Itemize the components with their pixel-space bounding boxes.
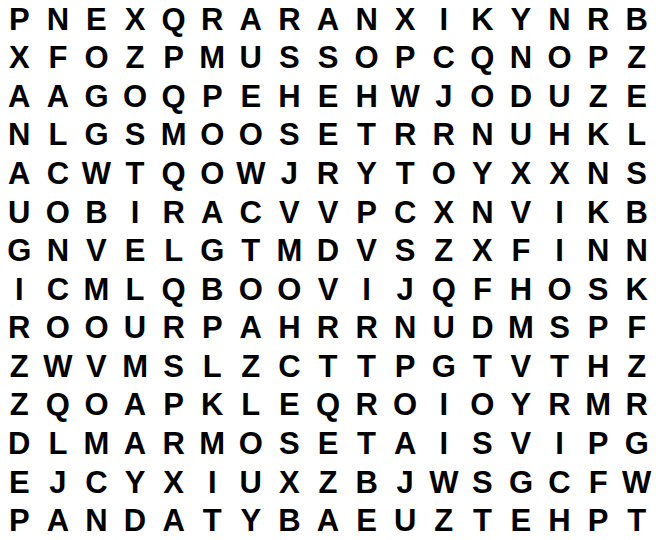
grid-cell-r7c3[interactable]: V	[77, 231, 116, 270]
grid-cell-r7c12[interactable]: Z	[424, 231, 463, 270]
grid-cell-r10c6[interactable]: L	[193, 347, 232, 386]
grid-cell-r9c13[interactable]: D	[463, 309, 502, 348]
grid-cell-r7c17[interactable]: N	[617, 231, 656, 270]
grid-cell-r2c11[interactable]: P	[386, 39, 425, 78]
grid-cell-r7c10[interactable]: V	[347, 231, 386, 270]
grid-cell-r14c15[interactable]: H	[540, 501, 579, 540]
grid-cell-r6c6[interactable]: A	[193, 193, 232, 232]
grid-cell-r9c6[interactable]: P	[193, 309, 232, 348]
grid-cell-r10c3[interactable]: V	[77, 347, 116, 386]
grid-cell-r3c7[interactable]: E	[232, 77, 271, 116]
grid-cell-r1c14[interactable]: Y	[502, 0, 541, 39]
grid-cell-r4c3[interactable]: G	[77, 116, 116, 155]
grid-cell-r12c17[interactable]: G	[617, 424, 656, 463]
grid-cell-r13c4[interactable]: Y	[116, 463, 155, 502]
grid-cell-r5c14[interactable]: X	[502, 154, 541, 193]
grid-cell-r13c2[interactable]: J	[39, 463, 78, 502]
grid-cell-r2c10[interactable]: O	[347, 39, 386, 78]
grid-cell-r5c15[interactable]: X	[540, 154, 579, 193]
grid-cell-r14c11[interactable]: U	[386, 501, 425, 540]
grid-cell-r13c7[interactable]: U	[232, 463, 271, 502]
grid-cell-r4c16[interactable]: K	[579, 116, 618, 155]
grid-cell-r5c17[interactable]: S	[617, 154, 656, 193]
grid-cell-r11c3[interactable]: O	[77, 386, 116, 425]
grid-cell-r11c8[interactable]: E	[270, 386, 309, 425]
grid-cell-r6c16[interactable]: K	[579, 193, 618, 232]
grid-cell-r7c13[interactable]: X	[463, 231, 502, 270]
grid-cell-r6c11[interactable]: C	[386, 193, 425, 232]
grid-cell-r3c12[interactable]: J	[424, 77, 463, 116]
grid-cell-r12c7[interactable]: O	[232, 424, 271, 463]
grid-cell-r2c9[interactable]: S	[309, 39, 348, 78]
grid-cell-r3c17[interactable]: E	[617, 77, 656, 116]
grid-cell-r10c5[interactable]: S	[154, 347, 193, 386]
grid-cell-r3c2[interactable]: A	[39, 77, 78, 116]
grid-cell-r12c6[interactable]: M	[193, 424, 232, 463]
grid-cell-r4c10[interactable]: T	[347, 116, 386, 155]
grid-cell-r6c1[interactable]: U	[0, 193, 39, 232]
grid-cell-r12c10[interactable]: T	[347, 424, 386, 463]
grid-cell-r2c5[interactable]: P	[154, 39, 193, 78]
grid-cell-r10c14[interactable]: V	[502, 347, 541, 386]
grid-cell-r1c16[interactable]: R	[579, 0, 618, 39]
grid-cell-r1c13[interactable]: K	[463, 0, 502, 39]
grid-cell-r5c2[interactable]: C	[39, 154, 78, 193]
grid-cell-r10c7[interactable]: Z	[232, 347, 271, 386]
grid-cell-r8c3[interactable]: M	[77, 270, 116, 309]
grid-cell-r9c14[interactable]: M	[502, 309, 541, 348]
grid-cell-r1c17[interactable]: B	[617, 0, 656, 39]
grid-cell-r1c12[interactable]: I	[424, 0, 463, 39]
grid-cell-r4c9[interactable]: E	[309, 116, 348, 155]
grid-cell-r5c3[interactable]: W	[77, 154, 116, 193]
grid-cell-r14c7[interactable]: Y	[232, 501, 271, 540]
grid-cell-r7c4[interactable]: E	[116, 231, 155, 270]
grid-cell-r2c4[interactable]: Z	[116, 39, 155, 78]
grid-cell-r1c4[interactable]: X	[116, 0, 155, 39]
grid-cell-r2c1[interactable]: X	[0, 39, 39, 78]
grid-cell-r9c1[interactable]: R	[0, 309, 39, 348]
grid-cell-r13c13[interactable]: S	[463, 463, 502, 502]
grid-cell-r8c6[interactable]: B	[193, 270, 232, 309]
grid-cell-r10c15[interactable]: T	[540, 347, 579, 386]
grid-cell-r14c2[interactable]: A	[39, 501, 78, 540]
grid-cell-r3c16[interactable]: Z	[579, 77, 618, 116]
grid-cell-r14c9[interactable]: A	[309, 501, 348, 540]
grid-cell-r2c7[interactable]: U	[232, 39, 271, 78]
grid-cell-r2c12[interactable]: C	[424, 39, 463, 78]
grid-cell-r2c6[interactable]: M	[193, 39, 232, 78]
grid-cell-r14c1[interactable]: P	[0, 501, 39, 540]
grid-cell-r2c8[interactable]: S	[270, 39, 309, 78]
grid-cell-r6c17[interactable]: B	[617, 193, 656, 232]
grid-cell-r4c12[interactable]: R	[424, 116, 463, 155]
grid-cell-r7c5[interactable]: L	[154, 231, 193, 270]
grid-cell-r1c10[interactable]: N	[347, 0, 386, 39]
grid-cell-r12c11[interactable]: A	[386, 424, 425, 463]
grid-cell-r3c9[interactable]: E	[309, 77, 348, 116]
grid-cell-r6c4[interactable]: I	[116, 193, 155, 232]
grid-cell-r8c13[interactable]: F	[463, 270, 502, 309]
grid-cell-r11c9[interactable]: Q	[309, 386, 348, 425]
grid-cell-r13c12[interactable]: W	[424, 463, 463, 502]
grid-cell-r9c5[interactable]: R	[154, 309, 193, 348]
grid-cell-r7c8[interactable]: M	[270, 231, 309, 270]
grid-cell-r4c5[interactable]: M	[154, 116, 193, 155]
grid-cell-r11c13[interactable]: O	[463, 386, 502, 425]
grid-cell-r3c4[interactable]: O	[116, 77, 155, 116]
grid-cell-r12c8[interactable]: S	[270, 424, 309, 463]
grid-cell-r14c6[interactable]: T	[193, 501, 232, 540]
grid-cell-r4c14[interactable]: U	[502, 116, 541, 155]
grid-cell-r5c4[interactable]: T	[116, 154, 155, 193]
grid-cell-r11c14[interactable]: Y	[502, 386, 541, 425]
grid-cell-r8c10[interactable]: I	[347, 270, 386, 309]
grid-cell-r6c5[interactable]: R	[154, 193, 193, 232]
grid-cell-r1c7[interactable]: A	[232, 0, 271, 39]
grid-cell-r9c4[interactable]: U	[116, 309, 155, 348]
grid-cell-r10c11[interactable]: P	[386, 347, 425, 386]
grid-cell-r6c2[interactable]: O	[39, 193, 78, 232]
grid-cell-r13c6[interactable]: I	[193, 463, 232, 502]
grid-cell-r2c14[interactable]: N	[502, 39, 541, 78]
grid-cell-r1c3[interactable]: E	[77, 0, 116, 39]
grid-cell-r10c12[interactable]: G	[424, 347, 463, 386]
grid-cell-r8c16[interactable]: S	[579, 270, 618, 309]
grid-cell-r6c9[interactable]: V	[309, 193, 348, 232]
grid-cell-r13c1[interactable]: E	[0, 463, 39, 502]
grid-cell-r5c8[interactable]: J	[270, 154, 309, 193]
grid-cell-r14c17[interactable]: T	[617, 501, 656, 540]
grid-cell-r4c4[interactable]: S	[116, 116, 155, 155]
grid-cell-r10c4[interactable]: M	[116, 347, 155, 386]
grid-cell-r11c11[interactable]: O	[386, 386, 425, 425]
grid-cell-r1c2[interactable]: N	[39, 0, 78, 39]
grid-cell-r7c15[interactable]: I	[540, 231, 579, 270]
grid-cell-r10c8[interactable]: C	[270, 347, 309, 386]
grid-cell-r14c8[interactable]: B	[270, 501, 309, 540]
grid-cell-r6c14[interactable]: V	[502, 193, 541, 232]
grid-cell-r5c9[interactable]: R	[309, 154, 348, 193]
grid-cell-r6c8[interactable]: V	[270, 193, 309, 232]
grid-cell-r1c9[interactable]: A	[309, 0, 348, 39]
grid-cell-r8c17[interactable]: K	[617, 270, 656, 309]
grid-cell-r6c10[interactable]: P	[347, 193, 386, 232]
grid-cell-r13c3[interactable]: C	[77, 463, 116, 502]
grid-cell-r8c5[interactable]: Q	[154, 270, 193, 309]
grid-cell-r13c10[interactable]: B	[347, 463, 386, 502]
grid-cell-r8c8[interactable]: O	[270, 270, 309, 309]
grid-cell-r11c1[interactable]: Z	[0, 386, 39, 425]
grid-cell-r14c3[interactable]: N	[77, 501, 116, 540]
grid-cell-r1c15[interactable]: N	[540, 0, 579, 39]
grid-cell-r3c3[interactable]: G	[77, 77, 116, 116]
grid-cell-r14c12[interactable]: Z	[424, 501, 463, 540]
grid-cell-r5c12[interactable]: O	[424, 154, 463, 193]
word-search-grid: PNEXQRARANXIKYNRBXFOZPMUSSOPCQNOPZAAGOQP…	[0, 0, 656, 540]
grid-cell-r12c15[interactable]: I	[540, 424, 579, 463]
grid-cell-r10c17[interactable]: Z	[617, 347, 656, 386]
grid-cell-r12c16[interactable]: P	[579, 424, 618, 463]
grid-cell-r12c13[interactable]: S	[463, 424, 502, 463]
grid-cell-r12c4[interactable]: A	[116, 424, 155, 463]
grid-cell-r5c13[interactable]: Y	[463, 154, 502, 193]
grid-cell-r10c16[interactable]: H	[579, 347, 618, 386]
grid-cell-r11c2[interactable]: Q	[39, 386, 78, 425]
grid-cell-r1c5[interactable]: Q	[154, 0, 193, 39]
grid-cell-r4c2[interactable]: L	[39, 116, 78, 155]
grid-cell-r13c17[interactable]: W	[617, 463, 656, 502]
grid-cell-r8c11[interactable]: J	[386, 270, 425, 309]
grid-cell-r9c10[interactable]: R	[347, 309, 386, 348]
grid-cell-r6c12[interactable]: X	[424, 193, 463, 232]
grid-cell-r9c12[interactable]: U	[424, 309, 463, 348]
grid-cell-r14c10[interactable]: E	[347, 501, 386, 540]
grid-cell-r3c15[interactable]: U	[540, 77, 579, 116]
grid-cell-r14c13[interactable]: T	[463, 501, 502, 540]
grid-cell-r4c8[interactable]: S	[270, 116, 309, 155]
grid-cell-r11c7[interactable]: L	[232, 386, 271, 425]
grid-cell-r3c8[interactable]: H	[270, 77, 309, 116]
grid-cell-r5c16[interactable]: N	[579, 154, 618, 193]
grid-cell-r4c1[interactable]: N	[0, 116, 39, 155]
grid-cell-r4c6[interactable]: O	[193, 116, 232, 155]
grid-cell-r1c8[interactable]: R	[270, 0, 309, 39]
grid-cell-r1c11[interactable]: X	[386, 0, 425, 39]
grid-cell-r2c16[interactable]: P	[579, 39, 618, 78]
grid-cell-r11c12[interactable]: I	[424, 386, 463, 425]
grid-cell-r5c6[interactable]: O	[193, 154, 232, 193]
grid-cell-r8c12[interactable]: Q	[424, 270, 463, 309]
grid-cell-r5c1[interactable]: A	[0, 154, 39, 193]
grid-cell-r12c3[interactable]: M	[77, 424, 116, 463]
grid-cell-r11c4[interactable]: A	[116, 386, 155, 425]
grid-cell-r11c10[interactable]: R	[347, 386, 386, 425]
grid-cell-r9c11[interactable]: N	[386, 309, 425, 348]
grid-cell-r9c3[interactable]: O	[77, 309, 116, 348]
grid-cell-r4c15[interactable]: H	[540, 116, 579, 155]
grid-cell-r8c7[interactable]: O	[232, 270, 271, 309]
grid-cell-r9c7[interactable]: A	[232, 309, 271, 348]
grid-cell-r3c5[interactable]: Q	[154, 77, 193, 116]
grid-cell-r12c5[interactable]: R	[154, 424, 193, 463]
grid-cell-r9c8[interactable]: H	[270, 309, 309, 348]
grid-cell-r5c5[interactable]: Q	[154, 154, 193, 193]
grid-cell-r9c2[interactable]: O	[39, 309, 78, 348]
grid-cell-r13c16[interactable]: F	[579, 463, 618, 502]
grid-cell-r6c7[interactable]: C	[232, 193, 271, 232]
grid-cell-r5c10[interactable]: Y	[347, 154, 386, 193]
grid-cell-r2c17[interactable]: Z	[617, 39, 656, 78]
grid-cell-r5c11[interactable]: T	[386, 154, 425, 193]
grid-cell-r4c11[interactable]: R	[386, 116, 425, 155]
grid-cell-r8c9[interactable]: V	[309, 270, 348, 309]
grid-cell-r13c9[interactable]: Z	[309, 463, 348, 502]
grid-cell-r13c14[interactable]: G	[502, 463, 541, 502]
grid-cell-r9c17[interactable]: F	[617, 309, 656, 348]
grid-cell-r3c10[interactable]: H	[347, 77, 386, 116]
grid-cell-r13c8[interactable]: X	[270, 463, 309, 502]
grid-cell-r3c13[interactable]: O	[463, 77, 502, 116]
grid-cell-r3c11[interactable]: W	[386, 77, 425, 116]
grid-cell-r1c1[interactable]: P	[0, 0, 39, 39]
grid-cell-r7c11[interactable]: S	[386, 231, 425, 270]
grid-cell-r14c14[interactable]: E	[502, 501, 541, 540]
grid-cell-r2c3[interactable]: O	[77, 39, 116, 78]
grid-cell-r4c13[interactable]: N	[463, 116, 502, 155]
grid-cell-r3c14[interactable]: D	[502, 77, 541, 116]
grid-cell-r6c15[interactable]: I	[540, 193, 579, 232]
grid-cell-r13c5[interactable]: X	[154, 463, 193, 502]
grid-cell-r11c17[interactable]: R	[617, 386, 656, 425]
grid-cell-r11c5[interactable]: P	[154, 386, 193, 425]
grid-cell-r7c1[interactable]: G	[0, 231, 39, 270]
grid-cell-r12c2[interactable]: L	[39, 424, 78, 463]
grid-cell-r4c7[interactable]: O	[232, 116, 271, 155]
grid-cell-r7c2[interactable]: N	[39, 231, 78, 270]
grid-cell-r13c11[interactable]: J	[386, 463, 425, 502]
grid-cell-r8c4[interactable]: L	[116, 270, 155, 309]
grid-cell-r8c1[interactable]: I	[0, 270, 39, 309]
grid-cell-r2c2[interactable]: F	[39, 39, 78, 78]
grid-cell-r7c16[interactable]: N	[579, 231, 618, 270]
grid-cell-r7c7[interactable]: T	[232, 231, 271, 270]
grid-cell-r4c17[interactable]: L	[617, 116, 656, 155]
grid-cell-r10c2[interactable]: W	[39, 347, 78, 386]
grid-cell-r9c16[interactable]: P	[579, 309, 618, 348]
grid-cell-r3c1[interactable]: A	[0, 77, 39, 116]
grid-cell-r13c15[interactable]: C	[540, 463, 579, 502]
grid-cell-r12c12[interactable]: I	[424, 424, 463, 463]
grid-cell-r6c3[interactable]: B	[77, 193, 116, 232]
grid-cell-r11c6[interactable]: K	[193, 386, 232, 425]
grid-cell-r9c15[interactable]: S	[540, 309, 579, 348]
grid-cell-r10c9[interactable]: T	[309, 347, 348, 386]
grid-cell-r14c4[interactable]: D	[116, 501, 155, 540]
grid-cell-r2c13[interactable]: Q	[463, 39, 502, 78]
grid-cell-r1c6[interactable]: R	[193, 0, 232, 39]
grid-cell-r11c16[interactable]: M	[579, 386, 618, 425]
grid-cell-r7c9[interactable]: D	[309, 231, 348, 270]
grid-cell-r2c15[interactable]: O	[540, 39, 579, 78]
grid-cell-r5c7[interactable]: W	[232, 154, 271, 193]
grid-cell-r7c14[interactable]: F	[502, 231, 541, 270]
grid-cell-r12c9[interactable]: E	[309, 424, 348, 463]
grid-cell-r6c13[interactable]: N	[463, 193, 502, 232]
grid-cell-r3c6[interactable]: P	[193, 77, 232, 116]
grid-cell-r10c10[interactable]: T	[347, 347, 386, 386]
grid-cell-r11c15[interactable]: R	[540, 386, 579, 425]
grid-cell-r14c5[interactable]: A	[154, 501, 193, 540]
grid-cell-r12c1[interactable]: D	[0, 424, 39, 463]
grid-cell-r8c2[interactable]: C	[39, 270, 78, 309]
grid-cell-r8c14[interactable]: H	[502, 270, 541, 309]
grid-cell-r7c6[interactable]: G	[193, 231, 232, 270]
grid-cell-r12c14[interactable]: V	[502, 424, 541, 463]
grid-cell-r9c9[interactable]: R	[309, 309, 348, 348]
grid-cell-r10c13[interactable]: T	[463, 347, 502, 386]
grid-cell-r8c15[interactable]: O	[540, 270, 579, 309]
grid-cell-r14c16[interactable]: P	[579, 501, 618, 540]
grid-cell-r10c1[interactable]: Z	[0, 347, 39, 386]
